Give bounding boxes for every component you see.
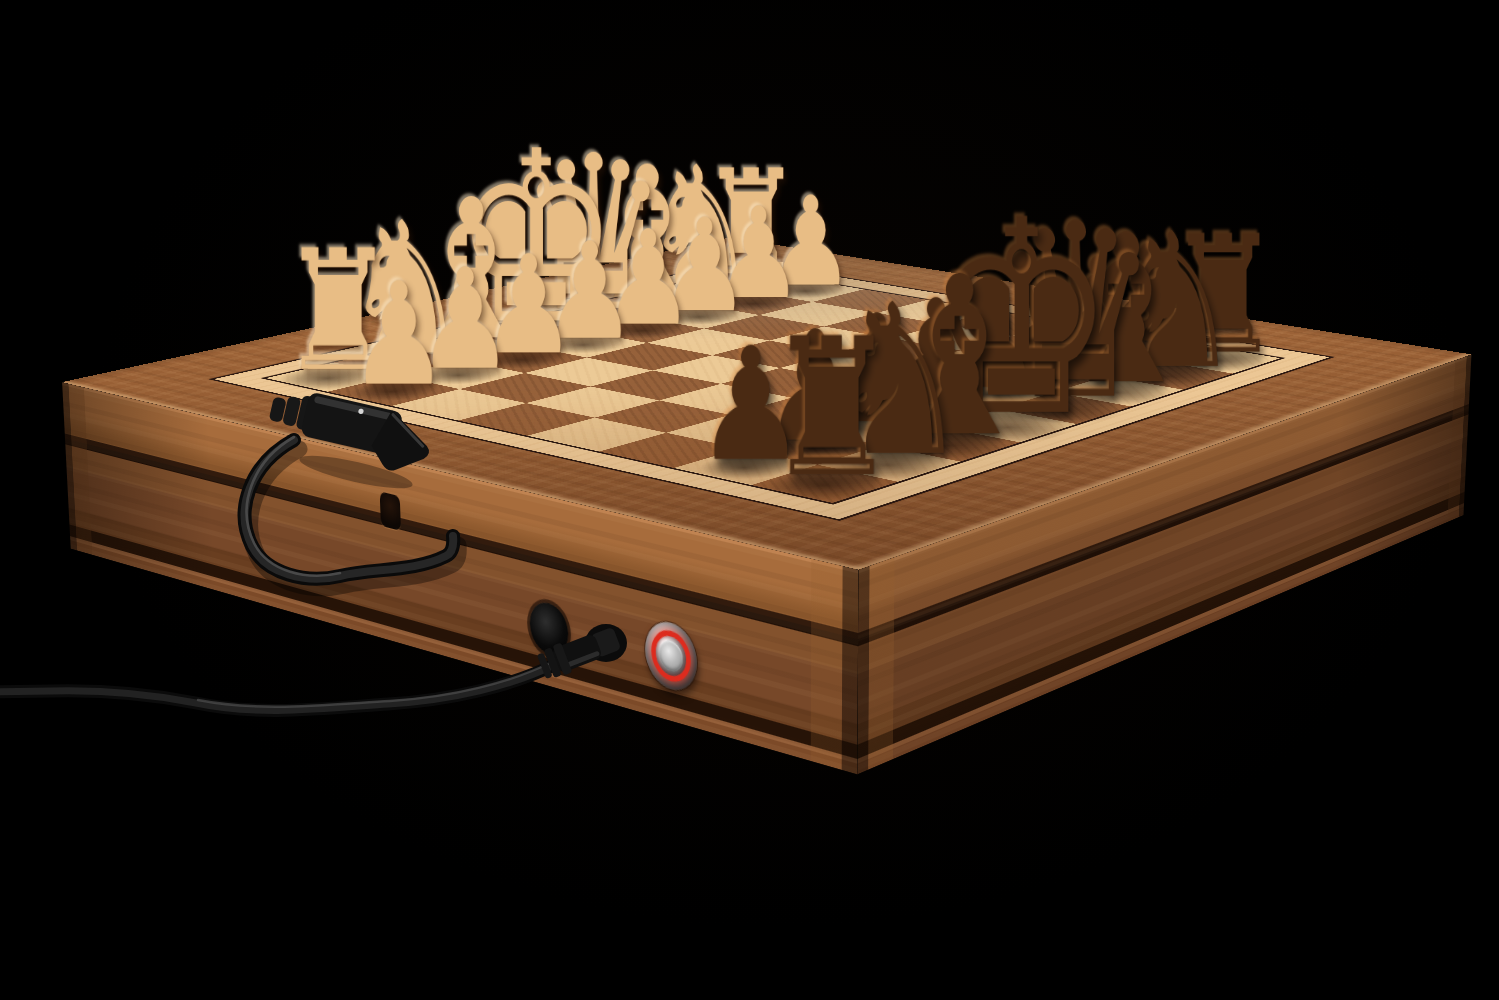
cable-slot	[380, 491, 401, 531]
black-rook-h8: ♜	[652, 314, 1012, 504]
power-port	[529, 598, 568, 660]
power-cable	[0, 662, 556, 710]
power-button[interactable]	[645, 616, 697, 696]
white-pawn-h2: ♟	[238, 264, 559, 406]
chess-box-top: ♜♞♝♛♚♝♞♜♟♟♟♟♟♟♟♟♜♞♝♛♚♝♞♜♟♟♟♟♟♟♟♟	[62, 238, 1471, 570]
product-photo-scene: chess ♜♞♝♛♚♝♞♜♟♟♟♟♟♟♟♟♜♞♝♛♚♝♞♜♟♟♟♟♟♟♟♟	[0, 0, 1499, 1000]
